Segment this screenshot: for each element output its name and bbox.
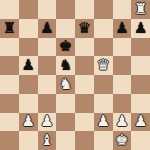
- square-h1[interactable]: [131, 131, 150, 150]
- square-c2[interactable]: ♟: [38, 113, 57, 132]
- piece-black-king[interactable]: ♚: [59, 39, 72, 54]
- square-c3[interactable]: [38, 94, 57, 113]
- piece-white-king[interactable]: ♚: [115, 133, 128, 148]
- square-c1[interactable]: ♝: [38, 131, 57, 150]
- square-e7[interactable]: ♛: [75, 19, 94, 38]
- square-c4[interactable]: [38, 75, 57, 94]
- piece-black-queen[interactable]: ♛: [78, 21, 91, 36]
- square-h5[interactable]: [131, 56, 150, 75]
- square-e6[interactable]: [75, 38, 94, 57]
- square-c5[interactable]: [38, 56, 57, 75]
- square-b2[interactable]: ♟: [19, 113, 38, 132]
- square-h4[interactable]: [131, 75, 150, 94]
- square-e1[interactable]: [75, 131, 94, 150]
- square-g2[interactable]: ♟: [113, 113, 132, 132]
- chess-board: ♜♜♟♛♟♟♚♟♞♛♞♟♟♟♟♟♝♚: [0, 0, 150, 150]
- square-e5[interactable]: [75, 56, 94, 75]
- square-f2[interactable]: ♟: [94, 113, 113, 132]
- square-g7[interactable]: ♟: [113, 19, 132, 38]
- square-h7[interactable]: ♟: [131, 19, 150, 38]
- piece-black-pawn[interactable]: ♟: [115, 21, 128, 36]
- square-a2[interactable]: [0, 113, 19, 132]
- square-e2[interactable]: [75, 113, 94, 132]
- square-e8[interactable]: [75, 0, 94, 19]
- piece-black-pawn[interactable]: ♟: [134, 21, 147, 36]
- square-b8[interactable]: [19, 0, 38, 19]
- square-h3[interactable]: [131, 94, 150, 113]
- piece-white-pawn[interactable]: ♟: [134, 114, 147, 129]
- square-e4[interactable]: [75, 75, 94, 94]
- square-h2[interactable]: ♟: [131, 113, 150, 132]
- piece-black-pawn[interactable]: ♟: [21, 58, 34, 73]
- piece-white-pawn[interactable]: ♟: [21, 114, 34, 129]
- square-a5[interactable]: [0, 56, 19, 75]
- square-a8[interactable]: [0, 0, 19, 19]
- square-d8[interactable]: [56, 0, 75, 19]
- square-a4[interactable]: [0, 75, 19, 94]
- square-d6[interactable]: ♚: [56, 38, 75, 57]
- square-c7[interactable]: ♟: [38, 19, 57, 38]
- square-d1[interactable]: [56, 131, 75, 150]
- piece-white-pawn[interactable]: ♟: [115, 114, 128, 129]
- square-g3[interactable]: [113, 94, 132, 113]
- square-g1[interactable]: ♚: [113, 131, 132, 150]
- square-a1[interactable]: [0, 131, 19, 150]
- square-b5[interactable]: ♟: [19, 56, 38, 75]
- square-f4[interactable]: [94, 75, 113, 94]
- square-a3[interactable]: [0, 94, 19, 113]
- square-c8[interactable]: [38, 0, 57, 19]
- square-e3[interactable]: [75, 94, 94, 113]
- square-d7[interactable]: [56, 19, 75, 38]
- square-b1[interactable]: [19, 131, 38, 150]
- piece-white-rook[interactable]: ♜: [134, 2, 147, 17]
- piece-black-knight[interactable]: ♞: [59, 58, 72, 73]
- square-b7[interactable]: [19, 19, 38, 38]
- square-d3[interactable]: [56, 94, 75, 113]
- square-b6[interactable]: [19, 38, 38, 57]
- square-d4[interactable]: ♞: [56, 75, 75, 94]
- square-g5[interactable]: [113, 56, 132, 75]
- square-g8[interactable]: [113, 0, 132, 19]
- piece-white-queen[interactable]: ♛: [96, 58, 109, 73]
- piece-black-pawn[interactable]: ♟: [40, 21, 53, 36]
- square-g4[interactable]: [113, 75, 132, 94]
- square-a7[interactable]: ♜: [0, 19, 19, 38]
- square-b4[interactable]: [19, 75, 38, 94]
- square-f1[interactable]: [94, 131, 113, 150]
- square-f7[interactable]: [94, 19, 113, 38]
- square-b3[interactable]: [19, 94, 38, 113]
- square-f3[interactable]: [94, 94, 113, 113]
- square-a6[interactable]: [0, 38, 19, 57]
- square-f5[interactable]: ♛: [94, 56, 113, 75]
- piece-black-rook[interactable]: ♜: [3, 21, 16, 36]
- piece-white-bishop[interactable]: ♝: [40, 133, 53, 148]
- square-f6[interactable]: [94, 38, 113, 57]
- square-g6[interactable]: [113, 38, 132, 57]
- square-h8[interactable]: ♜: [131, 0, 150, 19]
- square-h6[interactable]: [131, 38, 150, 57]
- square-d2[interactable]: [56, 113, 75, 132]
- piece-white-pawn[interactable]: ♟: [40, 114, 53, 129]
- piece-white-knight[interactable]: ♞: [59, 77, 72, 92]
- square-c6[interactable]: [38, 38, 57, 57]
- square-d5[interactable]: ♞: [56, 56, 75, 75]
- piece-white-pawn[interactable]: ♟: [96, 114, 109, 129]
- square-f8[interactable]: [94, 0, 113, 19]
